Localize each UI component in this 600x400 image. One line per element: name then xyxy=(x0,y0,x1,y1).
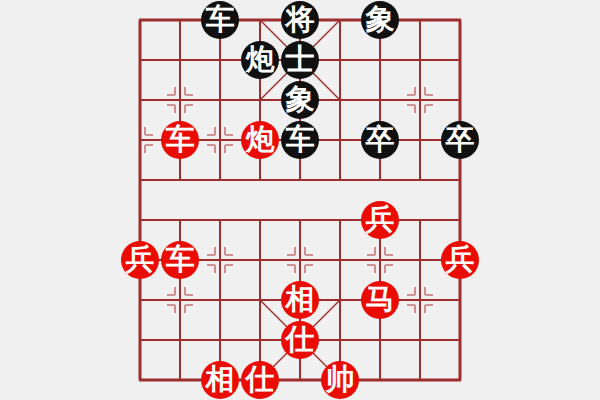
piece-red-advisor[interactable]: 仕 xyxy=(281,321,319,359)
piece-red-general[interactable]: 帅 xyxy=(321,361,359,399)
pieces-layer: 车将象炮士象车炮车卒卒兵兵车兵相马仕相仕帅 xyxy=(0,0,600,400)
piece-black-elephant[interactable]: 象 xyxy=(281,81,319,119)
piece-black-cannon[interactable]: 炮 xyxy=(241,41,279,79)
piece-black-elephant[interactable]: 象 xyxy=(361,1,399,39)
piece-red-soldier[interactable]: 兵 xyxy=(361,201,399,239)
piece-red-cannon[interactable]: 炮 xyxy=(241,121,279,159)
piece-red-elephant[interactable]: 相 xyxy=(201,361,239,399)
piece-red-advisor[interactable]: 仕 xyxy=(241,361,279,399)
piece-red-chariot[interactable]: 车 xyxy=(161,121,199,159)
piece-black-general[interactable]: 将 xyxy=(281,1,319,39)
piece-black-soldier[interactable]: 卒 xyxy=(361,121,399,159)
piece-black-chariot[interactable]: 车 xyxy=(201,1,239,39)
piece-red-horse[interactable]: 马 xyxy=(361,281,399,319)
piece-red-elephant[interactable]: 相 xyxy=(281,281,319,319)
xiangqi-app: 车将象炮士象车炮车卒卒兵兵车兵相马仕相仕帅 xyxy=(0,0,600,400)
piece-black-soldier[interactable]: 卒 xyxy=(441,121,479,159)
piece-black-chariot[interactable]: 车 xyxy=(281,121,319,159)
piece-red-soldier[interactable]: 兵 xyxy=(441,241,479,279)
piece-red-chariot[interactable]: 车 xyxy=(161,241,199,279)
piece-black-advisor[interactable]: 士 xyxy=(281,41,319,79)
piece-red-soldier[interactable]: 兵 xyxy=(121,241,159,279)
